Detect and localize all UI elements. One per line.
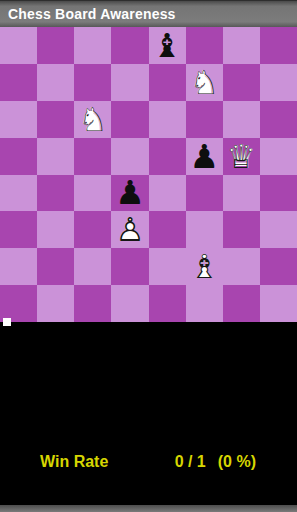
bottom-divider-bar [0, 505, 297, 512]
board-square[interactable] [186, 211, 223, 248]
board-square[interactable] [0, 211, 37, 248]
board-square[interactable] [260, 101, 297, 138]
score-percent: (0 %) [218, 453, 256, 471]
progress-marker [3, 318, 11, 326]
board-square[interactable] [37, 64, 74, 101]
board-square[interactable] [149, 138, 186, 175]
board-square[interactable] [37, 27, 74, 64]
app-screen: Chess Board Awareness ♝♞♘♞♘♟♛♕♟♟♙♝♗ Win … [0, 0, 297, 512]
board-square[interactable] [111, 248, 148, 285]
board-square[interactable]: ♞♘ [186, 64, 223, 101]
board-square[interactable] [260, 64, 297, 101]
board-square[interactable] [0, 27, 37, 64]
board-square[interactable] [37, 138, 74, 175]
board-square[interactable] [223, 27, 260, 64]
board-square[interactable] [0, 101, 37, 138]
board-square[interactable] [223, 211, 260, 248]
board-square[interactable] [260, 175, 297, 212]
board-square[interactable] [37, 175, 74, 212]
board-square[interactable] [186, 175, 223, 212]
board-square[interactable] [149, 64, 186, 101]
board-square[interactable] [74, 285, 111, 322]
board-square[interactable] [260, 285, 297, 322]
board-square[interactable] [111, 285, 148, 322]
score-group: 0 / 1 (0 %) [175, 453, 256, 471]
board-square[interactable] [74, 211, 111, 248]
board-square[interactable]: ♝♗ [186, 248, 223, 285]
title-bar: Chess Board Awareness [0, 0, 297, 27]
board-square[interactable] [223, 64, 260, 101]
board-square[interactable] [37, 101, 74, 138]
black-bishop-piece: ♝ [152, 29, 182, 62]
score-value: 0 / 1 [175, 453, 206, 471]
board-square[interactable] [74, 248, 111, 285]
board-square[interactable] [74, 27, 111, 64]
board-square[interactable] [0, 285, 37, 322]
board-square[interactable] [37, 285, 74, 322]
board-square[interactable] [260, 138, 297, 175]
board-square[interactable] [149, 285, 186, 322]
board-square[interactable] [74, 64, 111, 101]
board-square[interactable] [149, 101, 186, 138]
board-square[interactable] [0, 138, 37, 175]
board-square[interactable] [0, 175, 37, 212]
white-knight-piece: ♞♘ [189, 66, 219, 99]
board-square[interactable] [186, 285, 223, 322]
white-pawn-piece: ♟♙ [115, 213, 145, 246]
win-rate-row: Win Rate 0 / 1 (0 %) [0, 448, 297, 476]
board-square[interactable] [223, 175, 260, 212]
board-square[interactable] [186, 101, 223, 138]
board-square[interactable] [149, 248, 186, 285]
board-square[interactable] [223, 101, 260, 138]
board-square[interactable] [111, 27, 148, 64]
board-square[interactable] [37, 211, 74, 248]
board-square[interactable] [111, 138, 148, 175]
board-square[interactable] [37, 248, 74, 285]
chess-board[interactable]: ♝♞♘♞♘♟♛♕♟♟♙♝♗ [0, 27, 297, 322]
white-queen-piece: ♛♕ [227, 140, 257, 173]
board-square[interactable] [74, 138, 111, 175]
board-square[interactable] [260, 211, 297, 248]
board-square[interactable] [0, 64, 37, 101]
board-square[interactable] [0, 248, 37, 285]
board-square[interactable]: ♞♘ [74, 101, 111, 138]
board-square[interactable]: ♟♙ [111, 211, 148, 248]
board-square[interactable] [223, 285, 260, 322]
board-square[interactable] [74, 175, 111, 212]
board-square[interactable] [111, 101, 148, 138]
white-bishop-piece: ♝♗ [189, 250, 219, 283]
black-pawn-piece: ♟ [189, 140, 219, 173]
board-square[interactable] [149, 175, 186, 212]
black-pawn-piece: ♟ [115, 176, 145, 209]
board-square[interactable] [260, 248, 297, 285]
board-square[interactable] [149, 211, 186, 248]
board-square[interactable]: ♛♕ [223, 138, 260, 175]
board-square[interactable] [223, 248, 260, 285]
board-square[interactable]: ♟ [111, 175, 148, 212]
win-rate-label: Win Rate [40, 453, 108, 471]
board-square[interactable]: ♟ [186, 138, 223, 175]
board-square[interactable] [186, 27, 223, 64]
board-square[interactable]: ♝ [149, 27, 186, 64]
white-knight-piece: ♞♘ [78, 103, 108, 136]
app-title: Chess Board Awareness [0, 6, 176, 22]
board-square[interactable] [260, 27, 297, 64]
board-square[interactable] [111, 64, 148, 101]
